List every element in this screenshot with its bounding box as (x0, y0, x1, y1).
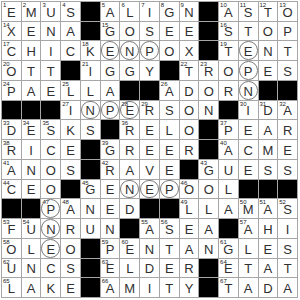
block-r12c12 (219, 219, 238, 238)
cell-r14c12[interactable]: 64E (219, 259, 238, 278)
cell-r3c14[interactable]: N (259, 41, 278, 60)
cell-r8c15[interactable]: E (278, 140, 297, 159)
cell-letter: N (140, 242, 159, 258)
cell-r15c10[interactable]: Y (180, 278, 199, 297)
cell-letter: C (61, 44, 80, 60)
cell-letter: S (278, 64, 297, 80)
cell-r5c6[interactable]: A (101, 81, 120, 100)
cell-r7c13[interactable]: E (239, 120, 258, 139)
cell-r8c8[interactable]: E (140, 140, 159, 159)
cell-letter: T (219, 44, 238, 60)
cell-r1c4[interactable]: 4S (61, 2, 80, 21)
cell-r8c4[interactable]: E (61, 140, 80, 159)
cell-r1c8[interactable]: 7I (140, 2, 159, 21)
cell-r10c12[interactable]: L (219, 180, 238, 199)
cell-letter: R (278, 123, 297, 139)
cell-letter: A (101, 84, 120, 100)
cell-letter: P (160, 182, 179, 198)
cell-letter: P (41, 202, 60, 218)
cell-letter: E (239, 44, 258, 60)
cell-r1c1[interactable]: 1E (2, 2, 21, 21)
cell-r13c7[interactable]: 60E (120, 239, 139, 258)
cell-letter: P (2, 84, 21, 100)
cell-r7c15[interactable]: R (278, 120, 297, 139)
cell-r8c12[interactable]: 40A (219, 140, 238, 159)
cell-r3c2[interactable]: H (22, 41, 41, 60)
block-r8c5 (81, 140, 100, 159)
cell-r6c6[interactable]: P (101, 101, 120, 120)
block-r13c5 (81, 239, 100, 258)
cell-r14c10[interactable]: R (180, 259, 199, 278)
cell-r7c10[interactable]: O (180, 120, 199, 139)
cell-r1c12[interactable]: 10A (219, 2, 238, 21)
cell-letter: L (199, 202, 218, 218)
cell-r2c7[interactable]: O (120, 22, 139, 41)
cell-letter: E (22, 24, 41, 40)
cell-r12c3[interactable]: N (41, 219, 60, 238)
cell-r15c3[interactable]: K (41, 278, 60, 297)
cell-letter: N (180, 5, 199, 21)
cell-r1c2[interactable]: 2M (22, 2, 41, 21)
cell-letter: D (140, 261, 159, 277)
cell-r9c8[interactable]: V (140, 160, 159, 179)
cell-r13c4[interactable]: O (61, 239, 80, 258)
cell-r14c15[interactable]: T (278, 259, 297, 278)
cell-r8c9[interactable]: E (160, 140, 179, 159)
cell-r13c6[interactable]: 59P (101, 239, 120, 258)
cell-letter: N (81, 202, 100, 218)
cell-r7c3[interactable]: 35S (41, 120, 60, 139)
cell-r11c11[interactable]: L (199, 199, 218, 218)
cell-r12c10[interactable]: E (180, 219, 199, 238)
cell-letter: R (219, 84, 238, 100)
cell-r4c12[interactable]: O (219, 61, 238, 80)
cell-r13c12[interactable]: 61G (219, 239, 238, 258)
cell-letter: E (22, 182, 41, 198)
cell-r10c10[interactable]: 46O (180, 180, 199, 199)
cell-r2c3[interactable]: N (41, 22, 60, 41)
cell-r9c14[interactable]: S (259, 160, 278, 179)
cell-letter: R (120, 143, 139, 159)
cell-letter: O (278, 5, 297, 21)
cell-r14c8[interactable]: D (140, 259, 159, 278)
cell-r5c3[interactable]: E (41, 81, 60, 100)
cell-letter: A (61, 24, 80, 40)
block-r10c14 (259, 180, 278, 199)
cell-r3c5[interactable]: 18K (81, 41, 100, 60)
cell-letter: E (140, 123, 159, 139)
cell-r11c15[interactable]: 52S (278, 199, 297, 218)
cell-letter: M (259, 143, 278, 159)
cell-r15c13[interactable]: A (239, 278, 258, 297)
cell-letter: A (22, 281, 41, 297)
cell-r14c1[interactable]: 62U (2, 259, 21, 278)
cell-r5c2[interactable]: A (22, 81, 41, 100)
cell-r1c15[interactable]: 13O (278, 2, 297, 21)
cell-r1c13[interactable]: 11S (239, 2, 258, 21)
block-r4c4 (61, 61, 80, 80)
cell-r9c11[interactable]: 43G (199, 160, 218, 179)
cell-letter: S (278, 242, 297, 258)
cell-letter: O (259, 24, 278, 40)
cell-letter: A (180, 242, 199, 258)
cell-r2c2[interactable]: E (22, 22, 41, 41)
cell-r6c9[interactable]: S (160, 101, 179, 120)
cell-r2c14[interactable]: O (259, 22, 278, 41)
cell-letter: S (160, 103, 179, 119)
cell-r9c9[interactable]: E (160, 160, 179, 179)
cell-r12c4[interactable]: R (61, 219, 80, 238)
cell-r14c6[interactable]: 63E (101, 259, 120, 278)
cell-r4c6[interactable]: G (101, 61, 120, 80)
cell-r4c10[interactable]: 22T (180, 61, 199, 80)
cell-r9c12[interactable]: U (219, 160, 238, 179)
cell-letter: O (41, 163, 60, 179)
cell-r11c3[interactable]: 47P (41, 199, 60, 218)
cell-r11c5[interactable]: N (81, 199, 100, 218)
cell-letter: K (81, 44, 100, 60)
cell-letter: F (2, 222, 21, 238)
cell-r4c11[interactable]: 23R (199, 61, 218, 80)
cell-letter: N (239, 84, 258, 100)
cell-r1c14[interactable]: 12T (259, 2, 278, 21)
cell-letter: S (278, 202, 297, 218)
cell-r11c10[interactable]: 49L (180, 199, 199, 218)
cell-letter: M (239, 202, 258, 218)
cell-r12c11[interactable]: A (199, 219, 218, 238)
cell-r15c1[interactable]: 65L (2, 278, 21, 297)
cell-r3c7[interactable]: N (120, 41, 139, 60)
cell-letter: R (120, 123, 139, 139)
cell-r5c11[interactable]: O (199, 81, 218, 100)
cell-r15c9[interactable]: T (160, 278, 179, 297)
cell-r9c2[interactable]: N (22, 160, 41, 179)
cell-letter: E (101, 261, 120, 277)
cell-r9c4[interactable]: S (61, 160, 80, 179)
block-r10c13 (239, 180, 258, 199)
cell-letter: T (278, 261, 297, 277)
cell-r4c15[interactable]: S (278, 61, 297, 80)
cell-r6c13[interactable]: 30I (239, 101, 258, 120)
cell-r5c12[interactable]: R (219, 81, 238, 100)
cell-r4c7[interactable]: G (120, 61, 139, 80)
cell-r3c15[interactable]: T (278, 41, 297, 60)
cell-r9c1[interactable]: 41A (2, 160, 21, 179)
cell-letter: L (239, 242, 258, 258)
cell-r3c10[interactable]: X (180, 41, 199, 60)
cell-r1c7[interactable]: 6L (120, 2, 139, 21)
cell-letter: N (199, 103, 218, 119)
cell-r14c9[interactable]: E (160, 259, 179, 278)
cell-letter: E (239, 123, 258, 139)
cell-r15c4[interactable]: E (61, 278, 80, 297)
cell-r3c1[interactable]: 17C (2, 41, 21, 60)
cell-r15c2[interactable]: A (22, 278, 41, 297)
cell-letter: E (61, 281, 80, 297)
cell-r12c2[interactable]: 54U (22, 219, 41, 238)
cell-r13c14[interactable]: E (259, 239, 278, 258)
block-r6c2 (22, 101, 41, 120)
cell-r12c5[interactable]: U (81, 219, 100, 238)
cell-letter: Y (140, 64, 159, 80)
cell-r15c15[interactable]: A (278, 278, 297, 297)
cell-r3c9[interactable]: O (160, 41, 179, 60)
cell-r14c4[interactable]: S (61, 259, 80, 278)
cell-r11c13[interactable]: 50M (239, 199, 258, 218)
cell-r6c10[interactable]: O (180, 101, 199, 120)
cell-letter: R (199, 64, 218, 80)
cell-r7c8[interactable]: E (140, 120, 159, 139)
cell-letter: N (22, 261, 41, 277)
cell-r6c11[interactable]: N (199, 101, 218, 120)
block-r5c7 (120, 81, 139, 100)
cell-r10c2[interactable]: E (22, 180, 41, 199)
cell-r11c4[interactable]: 48A (61, 199, 80, 218)
cell-r10c1[interactable]: 44C (2, 180, 21, 199)
cell-letter: P (239, 64, 258, 80)
block-r11c1 (2, 199, 21, 218)
cell-r5c5[interactable]: L (81, 81, 100, 100)
cell-letter: R (2, 143, 21, 159)
cell-r9c15[interactable]: S (278, 160, 297, 179)
cell-r8c14[interactable]: M (259, 140, 278, 159)
cell-r2c8[interactable]: S (140, 22, 159, 41)
cell-r5c4[interactable]: 25L (61, 81, 80, 100)
cell-letter: U (81, 222, 100, 238)
cell-r2c12[interactable]: 16S (219, 22, 238, 41)
cell-letter: C (239, 143, 258, 159)
cell-r13c10[interactable]: A (180, 239, 199, 258)
cell-r4c8[interactable]: Y (140, 61, 159, 80)
cell-r15c14[interactable]: D (259, 278, 278, 297)
cell-r4c2[interactable]: T (22, 61, 41, 80)
cell-letter: L (120, 5, 139, 21)
cell-r3c8[interactable]: P (140, 41, 159, 60)
cell-r13c9[interactable]: T (160, 239, 179, 258)
cell-r7c2[interactable]: 34E (22, 120, 41, 139)
cell-letter: O (180, 182, 199, 198)
cell-r3c4[interactable]: C (61, 41, 80, 60)
cell-letter: A (22, 84, 41, 100)
cell-letter: E (160, 143, 179, 159)
cell-r3c3[interactable]: I (41, 41, 60, 60)
cell-r15c8[interactable]: I (140, 278, 159, 297)
cell-r4c3[interactable]: T (41, 61, 60, 80)
cell-r8c13[interactable]: C (239, 140, 258, 159)
cell-r2c13[interactable]: T (239, 22, 258, 41)
cell-r6c14[interactable]: 31D (259, 101, 278, 120)
cell-r8c10[interactable]: R (180, 140, 199, 159)
cell-r7c9[interactable]: L (160, 120, 179, 139)
cell-r7c5[interactable]: S (81, 120, 100, 139)
cell-r12c9[interactable]: 56S (160, 219, 179, 238)
cell-r10c3[interactable]: O (41, 180, 60, 199)
cell-letter: E (160, 261, 179, 277)
cell-r9c7[interactable]: A (120, 160, 139, 179)
cell-r8c1[interactable]: 38R (2, 140, 21, 159)
cell-r14c13[interactable]: T (239, 259, 258, 278)
cell-r7c14[interactable]: A (259, 120, 278, 139)
cell-r9c3[interactable]: O (41, 160, 60, 179)
cell-r14c2[interactable]: N (22, 259, 41, 278)
cell-r4c13[interactable]: P (239, 61, 258, 80)
cell-r8c6[interactable]: 39G (101, 140, 120, 159)
cell-r13c15[interactable]: S (278, 239, 297, 258)
cell-letter: N (81, 103, 100, 119)
block-r15c5 (81, 278, 100, 297)
cell-letter: R (180, 143, 199, 159)
cell-r10c8[interactable]: E (140, 180, 159, 199)
block-r7c11 (199, 120, 218, 139)
cell-r7c7[interactable]: 36R (120, 120, 139, 139)
cell-r5c13[interactable]: N (239, 81, 258, 100)
block-r11c9 (160, 199, 179, 218)
cell-r6c4[interactable]: 27I (61, 101, 80, 120)
cell-letter: E (180, 222, 199, 238)
cell-letter: D (259, 103, 278, 119)
block-r10c4 (61, 180, 80, 199)
cell-r13c8[interactable]: N (140, 239, 159, 258)
cell-r10c5[interactable]: 45G (81, 180, 100, 199)
cell-r6c8[interactable]: 29R (140, 101, 159, 120)
cell-r7c12[interactable]: 37P (219, 120, 238, 139)
cell-r2c4[interactable]: A (61, 22, 80, 41)
block-r6c3 (41, 101, 60, 120)
cell-r15c12[interactable]: 67T (219, 278, 238, 297)
cell-letter: O (180, 123, 199, 139)
cell-letter: A (239, 281, 258, 297)
cell-r5c10[interactable]: D (180, 81, 199, 100)
cell-letter: A (101, 5, 120, 21)
cell-r9c6[interactable]: 42R (101, 160, 120, 179)
cell-r14c7[interactable]: L (120, 259, 139, 278)
cell-r2c1[interactable]: 14X (2, 22, 21, 41)
cell-letter: E (22, 123, 41, 139)
block-r1c5 (81, 2, 100, 21)
cell-r12c8[interactable]: 55A (140, 219, 159, 238)
cell-r10c7[interactable]: N (120, 180, 139, 199)
cell-r12c15[interactable]: I (278, 219, 297, 238)
cell-r13c2[interactable]: L (22, 239, 41, 258)
cell-letter: E (41, 242, 60, 258)
cell-r2c15[interactable]: P (278, 22, 297, 41)
cell-r13c13[interactable]: L (239, 239, 258, 258)
cell-letter: E (278, 143, 297, 159)
cell-letter: E (120, 242, 139, 258)
cell-letter: E (61, 143, 80, 159)
block-r11c2 (22, 199, 41, 218)
cell-r13c11[interactable]: N (199, 239, 218, 258)
cell-r14c3[interactable]: C (41, 259, 60, 278)
cell-r13c3[interactable]: E (41, 239, 60, 258)
cell-r12c13[interactable]: 57A (239, 219, 258, 238)
cell-letter: E (239, 163, 258, 179)
cell-r4c1[interactable]: 20O (2, 61, 21, 80)
cell-letter: E (140, 143, 159, 159)
cell-letter: E (160, 163, 179, 179)
cell-letter: I (140, 281, 159, 297)
cell-r5c1[interactable]: 24P (2, 81, 21, 100)
block-r10c15 (278, 180, 297, 199)
cell-letter: N (22, 163, 41, 179)
cell-r6c7[interactable]: 28E (120, 101, 139, 120)
cell-letter: P (219, 123, 238, 139)
cell-letter: X (180, 44, 199, 60)
cell-letter: D (259, 281, 278, 297)
cell-r8c2[interactable]: I (22, 140, 41, 159)
cell-r15c7[interactable]: M (120, 278, 139, 297)
cell-r12c1[interactable]: 53F (2, 219, 21, 238)
cell-letter: G (160, 5, 179, 21)
cell-r2c9[interactable]: E (160, 22, 179, 41)
cell-r3c12[interactable]: 19T (219, 41, 238, 60)
cell-r15c6[interactable]: 66A (101, 278, 120, 297)
cell-letter: U (22, 222, 41, 238)
cell-letter: S (81, 123, 100, 139)
cell-r11c14[interactable]: 51A (259, 199, 278, 218)
cell-r8c7[interactable]: R (120, 140, 139, 159)
cell-r10c11[interactable]: O (199, 180, 218, 199)
cell-letter: T (160, 242, 179, 258)
cell-r10c9[interactable]: P (160, 180, 179, 199)
cell-r13c1[interactable]: 58O (2, 239, 21, 258)
cell-letter: L (120, 261, 139, 277)
cell-r11c12[interactable]: A (219, 199, 238, 218)
block-r5c14 (259, 81, 278, 100)
cell-letter: R (101, 163, 120, 179)
cell-r7c4[interactable]: K (61, 120, 80, 139)
cell-r2c10[interactable]: E (180, 22, 199, 41)
cell-letter: E (2, 5, 21, 21)
cell-r8c3[interactable]: C (41, 140, 60, 159)
cell-r7c1[interactable]: 33D (2, 120, 21, 139)
cell-r3c13[interactable]: E (239, 41, 258, 60)
cell-r14c14[interactable]: A (259, 259, 278, 278)
cell-letter: P (101, 103, 120, 119)
cell-letter: H (22, 44, 41, 60)
cell-letter: M (22, 5, 41, 21)
cell-r6c15[interactable]: 32A (278, 101, 297, 120)
cell-r4c5[interactable]: 21I (81, 61, 100, 80)
cell-r12c14[interactable]: H (259, 219, 278, 238)
cell-r9c13[interactable]: E (239, 160, 258, 179)
cell-letter: I (61, 103, 80, 119)
cell-r1c6[interactable]: 5A (101, 2, 120, 21)
cell-r5c9[interactable]: 26A (160, 81, 179, 100)
cell-letter: N (41, 24, 60, 40)
block-r2c11 (199, 22, 218, 41)
cell-letter: L (160, 123, 179, 139)
cell-letter: R (140, 103, 159, 119)
cell-letter: A (140, 222, 159, 238)
cell-r10c6[interactable]: E (101, 180, 120, 199)
cell-letter: P (101, 242, 120, 258)
cell-letter: S (259, 163, 278, 179)
cell-r1c10[interactable]: 9N (180, 2, 199, 21)
cell-r2c6[interactable]: 15G (101, 22, 120, 41)
cell-r6c5[interactable]: N (81, 101, 100, 120)
cell-letter: I (41, 44, 60, 60)
cell-letter: A (2, 163, 21, 179)
cell-r4c14[interactable]: E (259, 61, 278, 80)
cell-r11c6[interactable]: E (101, 199, 120, 218)
cell-r1c9[interactable]: 8G (160, 2, 179, 21)
block-r14c5 (81, 259, 100, 278)
cell-r12c6[interactable]: N (101, 219, 120, 238)
cell-r3c6[interactable]: E (101, 41, 120, 60)
cell-r1c3[interactable]: 3U (41, 2, 60, 21)
cell-r11c7[interactable]: D (120, 199, 139, 218)
